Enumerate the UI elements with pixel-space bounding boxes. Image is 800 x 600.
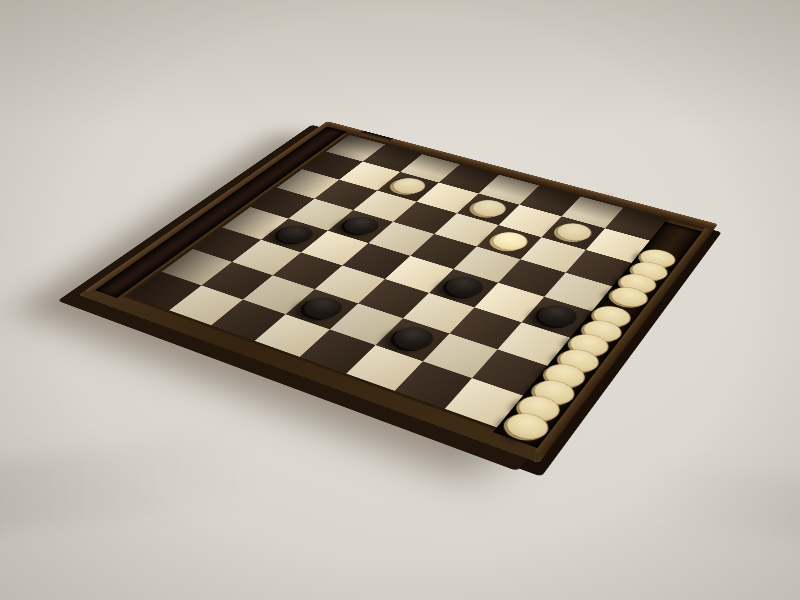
checker-piece-white[interactable] xyxy=(467,197,512,220)
checkers-board xyxy=(79,121,718,463)
checker-piece-black[interactable] xyxy=(387,323,440,354)
photo-scene xyxy=(0,0,800,600)
checker-piece-white[interactable] xyxy=(487,229,533,253)
cloth-fold xyxy=(558,457,800,543)
cloth-fold xyxy=(0,415,383,536)
checker-piece-white[interactable] xyxy=(551,220,596,244)
checker-piece-black[interactable] xyxy=(533,301,583,330)
checker-piece-black[interactable] xyxy=(440,273,489,300)
cloth-shading xyxy=(0,0,800,130)
